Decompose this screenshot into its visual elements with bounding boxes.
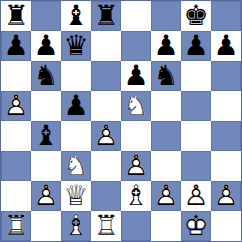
black-piece-glyph: ♝ (61, 1, 91, 31)
piece-black-pawn[interactable]: ♟ (151, 31, 181, 61)
piece-black-king[interactable]: ♚ (181, 1, 211, 31)
square-a6[interactable] (1, 61, 31, 91)
square-e8[interactable] (121, 1, 151, 31)
white-piece-fill-layer: ♞ (121, 91, 151, 121)
white-piece-outline-layer: ♖ (91, 211, 121, 241)
piece-white-knight[interactable]: ♞♘ (121, 91, 151, 121)
square-h4[interactable] (211, 121, 241, 151)
black-piece-glyph: ♟ (151, 31, 181, 61)
square-c4[interactable] (61, 121, 91, 151)
piece-white-bishop[interactable]: ♝♗ (61, 211, 91, 241)
square-a1[interactable]: ♜♖ (1, 211, 31, 241)
square-f6[interactable]: ♞ (151, 61, 181, 91)
square-h1[interactable] (211, 211, 241, 241)
white-piece-outline-layer: ♘ (121, 91, 151, 121)
square-a8[interactable]: ♜ (1, 1, 31, 31)
square-e5[interactable]: ♞♘ (121, 91, 151, 121)
piece-black-pawn[interactable]: ♟ (121, 61, 151, 91)
square-a3[interactable] (1, 151, 31, 181)
square-h2[interactable]: ♟♙ (211, 181, 241, 211)
white-piece-outline-layer: ♙ (211, 181, 241, 211)
square-a2[interactable] (1, 181, 31, 211)
piece-white-pawn[interactable]: ♟♙ (31, 181, 61, 211)
piece-white-pawn[interactable]: ♟♙ (1, 91, 31, 121)
white-piece-fill-layer: ♟ (31, 181, 61, 211)
piece-black-bishop[interactable]: ♝ (61, 1, 91, 31)
white-piece-fill-layer: ♜ (91, 211, 121, 241)
square-b1[interactable] (31, 211, 61, 241)
square-b8[interactable] (31, 1, 61, 31)
black-piece-glyph: ♟ (181, 31, 211, 61)
black-piece-glyph: ♜ (1, 1, 31, 31)
black-piece-glyph: ♛ (61, 31, 91, 61)
white-piece-fill-layer: ♟ (211, 181, 241, 211)
white-piece-outline-layer: ♕ (61, 181, 91, 211)
square-e1[interactable] (121, 211, 151, 241)
square-e2[interactable]: ♝♗ (121, 181, 151, 211)
white-piece-fill-layer: ♚ (181, 211, 211, 241)
square-b6[interactable]: ♞ (31, 61, 61, 91)
square-c7[interactable]: ♛ (61, 31, 91, 61)
piece-black-rook[interactable]: ♜ (1, 1, 31, 31)
piece-black-knight[interactable]: ♞ (151, 61, 181, 91)
square-d5[interactable] (91, 91, 121, 121)
square-a5[interactable]: ♟♙ (1, 91, 31, 121)
piece-black-bishop[interactable]: ♝ (31, 121, 61, 151)
white-piece-fill-layer: ♟ (1, 91, 31, 121)
square-b5[interactable] (31, 91, 61, 121)
piece-black-knight[interactable]: ♞ (31, 61, 61, 91)
white-piece-outline-layer: ♖ (1, 211, 31, 241)
piece-white-pawn[interactable]: ♟♙ (211, 181, 241, 211)
white-piece-outline-layer: ♙ (31, 181, 61, 211)
black-piece-glyph: ♟ (61, 91, 91, 121)
square-h5[interactable] (211, 91, 241, 121)
piece-black-queen[interactable]: ♛ (61, 31, 91, 61)
square-h6[interactable] (211, 61, 241, 91)
square-f2[interactable]: ♟♙ (151, 181, 181, 211)
piece-white-knight[interactable]: ♞♘ (61, 151, 91, 181)
white-piece-fill-layer: ♟ (121, 151, 151, 181)
white-piece-fill-layer: ♞ (61, 151, 91, 181)
white-piece-outline-layer: ♗ (121, 181, 151, 211)
square-c1[interactable]: ♝♗ (61, 211, 91, 241)
white-piece-outline-layer: ♙ (181, 181, 211, 211)
square-c2[interactable]: ♛♕ (61, 181, 91, 211)
chess-board-wrapper: ♜♝♜♚♟♟♛♟♟♟♞♟♞♟♙♟♞♘♝♟♙♞♘♟♙♟♙♛♕♝♗♟♙♟♙♟♙♜♖♝… (0, 0, 242, 242)
piece-black-pawn[interactable]: ♟ (61, 91, 91, 121)
white-piece-outline-layer: ♙ (151, 181, 181, 211)
square-e3[interactable]: ♟♙ (121, 151, 151, 181)
black-piece-glyph: ♟ (1, 31, 31, 61)
piece-black-pawn[interactable]: ♟ (181, 31, 211, 61)
square-c8[interactable]: ♝ (61, 1, 91, 31)
white-piece-outline-layer: ♙ (121, 151, 151, 181)
piece-white-rook[interactable]: ♜♖ (91, 211, 121, 241)
square-d7[interactable] (91, 31, 121, 61)
piece-white-pawn[interactable]: ♟♙ (181, 181, 211, 211)
piece-white-pawn[interactable]: ♟♙ (151, 181, 181, 211)
square-h7[interactable]: ♟ (211, 31, 241, 61)
square-b3[interactable] (31, 151, 61, 181)
square-a4[interactable] (1, 121, 31, 151)
white-piece-fill-layer: ♝ (121, 181, 151, 211)
square-b2[interactable]: ♟♙ (31, 181, 61, 211)
black-piece-glyph: ♟ (211, 31, 241, 61)
square-d8[interactable]: ♜ (91, 1, 121, 31)
square-f8[interactable] (151, 1, 181, 31)
square-g6[interactable] (181, 61, 211, 91)
square-g5[interactable] (181, 91, 211, 121)
black-piece-glyph: ♟ (31, 31, 61, 61)
white-piece-outline-layer: ♗ (61, 211, 91, 241)
piece-white-pawn[interactable]: ♟♙ (121, 151, 151, 181)
square-f1[interactable] (151, 211, 181, 241)
piece-white-queen[interactable]: ♛♕ (61, 181, 91, 211)
piece-white-bishop[interactable]: ♝♗ (121, 181, 151, 211)
square-g2[interactable]: ♟♙ (181, 181, 211, 211)
square-e4[interactable] (121, 121, 151, 151)
chess-board: ♜♝♜♚♟♟♛♟♟♟♞♟♞♟♙♟♞♘♝♟♙♞♘♟♙♟♙♛♕♝♗♟♙♟♙♟♙♜♖♝… (0, 0, 242, 242)
square-f5[interactable] (151, 91, 181, 121)
square-a7[interactable]: ♟ (1, 31, 31, 61)
white-piece-fill-layer: ♜ (1, 211, 31, 241)
square-d1[interactable]: ♜♖ (91, 211, 121, 241)
square-c5[interactable]: ♟ (61, 91, 91, 121)
white-piece-fill-layer: ♟ (91, 121, 121, 151)
piece-white-pawn[interactable]: ♟♙ (91, 121, 121, 151)
square-d2[interactable] (91, 181, 121, 211)
square-b4[interactable]: ♝ (31, 121, 61, 151)
piece-black-rook[interactable]: ♜ (91, 1, 121, 31)
white-piece-outline-layer: ♘ (61, 151, 91, 181)
square-f4[interactable] (151, 121, 181, 151)
square-c6[interactable] (61, 61, 91, 91)
square-f3[interactable] (151, 151, 181, 181)
square-d6[interactable] (91, 61, 121, 91)
black-piece-glyph: ♞ (31, 61, 61, 91)
square-g1[interactable]: ♚♔ (181, 211, 211, 241)
piece-black-pawn[interactable]: ♟ (1, 31, 31, 61)
black-piece-glyph: ♜ (91, 1, 121, 31)
square-e6[interactable]: ♟ (121, 61, 151, 91)
white-piece-fill-layer: ♟ (181, 181, 211, 211)
square-f7[interactable]: ♟ (151, 31, 181, 61)
black-piece-glyph: ♞ (151, 61, 181, 91)
square-e7[interactable] (121, 31, 151, 61)
white-piece-fill-layer: ♛ (61, 181, 91, 211)
black-piece-glyph: ♝ (31, 121, 61, 151)
square-h3[interactable] (211, 151, 241, 181)
white-piece-outline-layer: ♙ (91, 121, 121, 151)
square-h8[interactable] (211, 1, 241, 31)
square-d4[interactable]: ♟♙ (91, 121, 121, 151)
piece-black-pawn[interactable]: ♟ (31, 31, 61, 61)
black-piece-glyph: ♚ (181, 1, 211, 31)
white-piece-fill-layer: ♟ (151, 181, 181, 211)
square-g7[interactable]: ♟ (181, 31, 211, 61)
square-g4[interactable] (181, 121, 211, 151)
square-b7[interactable]: ♟ (31, 31, 61, 61)
piece-white-rook[interactable]: ♜♖ (1, 211, 31, 241)
black-piece-glyph: ♟ (121, 61, 151, 91)
square-g3[interactable] (181, 151, 211, 181)
square-c3[interactable]: ♞♘ (61, 151, 91, 181)
white-piece-outline-layer: ♔ (181, 211, 211, 241)
square-g8[interactable]: ♚ (181, 1, 211, 31)
white-piece-outline-layer: ♙ (1, 91, 31, 121)
piece-black-pawn[interactable]: ♟ (211, 31, 241, 61)
white-piece-fill-layer: ♝ (61, 211, 91, 241)
piece-white-king[interactable]: ♚♔ (181, 211, 211, 241)
square-d3[interactable] (91, 151, 121, 181)
